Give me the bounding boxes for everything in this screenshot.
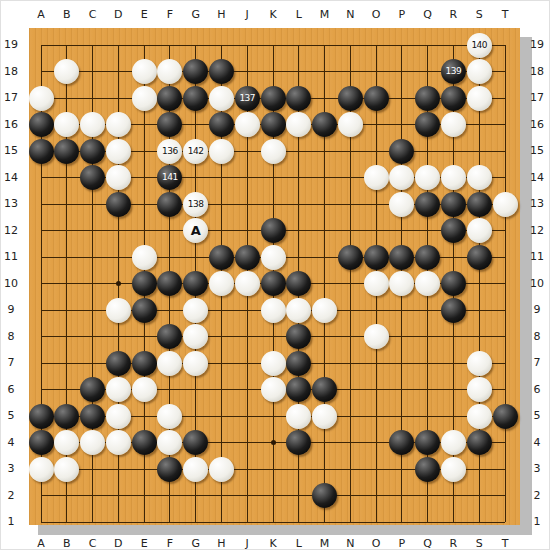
row-label-right-9: 9 (528, 304, 546, 316)
stone-R12-black[interactable] (441, 218, 466, 243)
stone-A4-black[interactable] (29, 430, 54, 455)
stone-K9-white[interactable] (261, 298, 286, 323)
stone-S19-white[interactable]: 140 (467, 33, 492, 58)
stone-H16-black[interactable] (209, 112, 234, 137)
move-number-136: 136 (162, 139, 178, 164)
stone-S13-black[interactable] (467, 192, 492, 217)
stone-K17-black[interactable] (261, 86, 286, 111)
col-label-top-J: J (236, 9, 258, 21)
col-label-bottom-H: H (210, 538, 232, 550)
stone-E17-white[interactable] (132, 86, 157, 111)
stone-T13-white[interactable] (493, 192, 518, 217)
stone-S14-white[interactable] (467, 165, 492, 190)
stone-S6-white[interactable] (467, 377, 492, 402)
stone-K7-white[interactable] (261, 351, 286, 376)
star-point-K4 (271, 440, 276, 445)
stone-C4-white[interactable] (80, 430, 105, 455)
stone-A3-white[interactable] (29, 457, 54, 482)
stone-D7-black[interactable] (106, 351, 131, 376)
stone-O17-black[interactable] (364, 86, 389, 111)
stone-D6-white[interactable] (106, 377, 131, 402)
stone-D5-white[interactable] (106, 404, 131, 429)
stone-F5-white[interactable] (157, 404, 182, 429)
stone-J17-black[interactable]: 137 (235, 86, 260, 111)
row-label-left-16: 16 (2, 119, 20, 131)
move-number-142: 142 (188, 139, 204, 164)
col-label-top-T: T (494, 9, 516, 21)
stone-H18-black[interactable] (209, 59, 234, 84)
stone-H3-white[interactable] (209, 457, 234, 482)
grid-line (41, 522, 505, 523)
stone-K11-white[interactable] (261, 245, 286, 270)
stone-A16-black[interactable] (29, 112, 54, 137)
go-diagram: AABBCCDDEEFFGGHHJJKKLLMMNNOOPPQQRRSSTT19… (0, 0, 550, 550)
row-label-left-13: 13 (2, 198, 20, 210)
col-label-top-D: D (107, 9, 129, 21)
stone-R16-white[interactable] (441, 112, 466, 137)
col-label-bottom-Q: Q (417, 538, 439, 550)
col-label-top-H: H (210, 9, 232, 21)
stone-H17-white[interactable] (209, 86, 234, 111)
col-label-top-Q: Q (417, 9, 439, 21)
stone-Q13-black[interactable] (415, 192, 440, 217)
stone-N17-black[interactable] (338, 86, 363, 111)
row-label-right-7: 7 (528, 357, 546, 369)
stone-A17-white[interactable] (29, 86, 54, 111)
row-label-left-2: 2 (2, 490, 20, 502)
stone-P11-black[interactable] (389, 245, 414, 270)
col-label-bottom-M: M (314, 538, 336, 550)
stone-P13-white[interactable] (389, 192, 414, 217)
stone-C14-black[interactable] (80, 165, 105, 190)
stone-G8-white[interactable] (183, 324, 208, 349)
row-label-right-2: 2 (528, 490, 546, 502)
stone-R13-black[interactable] (441, 192, 466, 217)
stone-M2-black[interactable] (312, 483, 337, 508)
row-label-right-6: 6 (528, 384, 546, 396)
stone-R14-white[interactable] (441, 165, 466, 190)
row-label-right-12: 12 (528, 225, 546, 237)
row-label-left-17: 17 (2, 92, 20, 104)
col-label-top-S: S (468, 9, 490, 21)
stone-A5-black[interactable] (29, 404, 54, 429)
col-label-top-B: B (56, 9, 78, 21)
stone-P15-black[interactable] (389, 139, 414, 164)
stone-G7-white[interactable] (183, 351, 208, 376)
stone-N16-white[interactable] (338, 112, 363, 137)
col-label-bottom-T: T (494, 538, 516, 550)
move-number-141: 141 (162, 165, 178, 190)
col-label-bottom-F: F (159, 538, 181, 550)
row-label-right-1: 1 (528, 516, 546, 528)
row-label-right-16: 16 (528, 119, 546, 131)
col-label-bottom-G: G (185, 538, 207, 550)
stone-M6-black[interactable] (312, 377, 337, 402)
stone-K10-black[interactable] (261, 271, 286, 296)
move-number-140: 140 (471, 33, 487, 58)
stone-E18-white[interactable] (132, 59, 157, 84)
stone-J16-white[interactable] (235, 112, 260, 137)
row-label-right-18: 18 (528, 66, 546, 78)
stone-Q10-white[interactable] (415, 271, 440, 296)
row-label-left-7: 7 (2, 357, 20, 369)
stone-K15-white[interactable] (261, 139, 286, 164)
stone-F17-black[interactable] (157, 86, 182, 111)
grid-line (505, 45, 506, 522)
stone-M5-white[interactable] (312, 404, 337, 429)
stone-R3-white[interactable] (441, 457, 466, 482)
row-label-left-6: 6 (2, 384, 20, 396)
stone-E9-black[interactable] (132, 298, 157, 323)
row-label-left-8: 8 (2, 331, 20, 343)
row-label-right-15: 15 (528, 145, 546, 157)
row-label-right-17: 17 (528, 92, 546, 104)
stone-E4-black[interactable] (132, 430, 157, 455)
stone-J11-black[interactable] (235, 245, 260, 270)
col-label-top-O: O (365, 9, 387, 21)
col-label-bottom-C: C (82, 538, 104, 550)
row-label-right-13: 13 (528, 198, 546, 210)
stone-G4-black[interactable] (183, 430, 208, 455)
col-label-bottom-S: S (468, 538, 490, 550)
row-label-right-8: 8 (528, 331, 546, 343)
point-label-A: A (191, 218, 201, 243)
stone-R17-black[interactable] (441, 86, 466, 111)
stone-S17-white[interactable] (467, 86, 492, 111)
row-label-right-10: 10 (528, 278, 546, 290)
move-number-139: 139 (446, 59, 462, 84)
stone-L7-black[interactable] (286, 351, 311, 376)
stone-D9-white[interactable] (106, 298, 131, 323)
stone-R4-white[interactable] (441, 430, 466, 455)
stone-N11-black[interactable] (338, 245, 363, 270)
stone-G17-black[interactable] (183, 86, 208, 111)
row-label-right-4: 4 (528, 437, 546, 449)
col-label-bottom-O: O (365, 538, 387, 550)
stone-F3-black[interactable] (157, 457, 182, 482)
stone-Q14-white[interactable] (415, 165, 440, 190)
stone-B3-white[interactable] (54, 457, 79, 482)
row-label-right-3: 3 (528, 463, 546, 475)
move-number-137: 137 (239, 86, 255, 111)
col-label-top-E: E (133, 9, 155, 21)
move-number-138: 138 (188, 192, 204, 217)
stone-F13-black[interactable] (157, 192, 182, 217)
stone-Q17-black[interactable] (415, 86, 440, 111)
star-point-D10 (116, 281, 121, 286)
grid-line (41, 495, 505, 496)
stone-D4-white[interactable] (106, 430, 131, 455)
stone-G13-white[interactable]: 138 (183, 192, 208, 217)
col-label-bottom-D: D (107, 538, 129, 550)
col-label-top-R: R (442, 9, 464, 21)
stone-C5-black[interactable] (80, 404, 105, 429)
stone-K12-black[interactable] (261, 218, 286, 243)
stone-S18-white[interactable] (467, 59, 492, 84)
stone-Q11-black[interactable] (415, 245, 440, 270)
stone-M9-white[interactable] (312, 298, 337, 323)
stone-E11-white[interactable] (132, 245, 157, 270)
stone-L17-black[interactable] (286, 86, 311, 111)
col-label-bottom-K: K (262, 538, 284, 550)
stone-R10-black[interactable] (441, 271, 466, 296)
stone-G3-white[interactable] (183, 457, 208, 482)
stone-K6-white[interactable] (261, 377, 286, 402)
stone-H15-white[interactable] (209, 139, 234, 164)
stone-L5-white[interactable] (286, 404, 311, 429)
stone-D13-black[interactable] (106, 192, 131, 217)
stone-B15-black[interactable] (54, 139, 79, 164)
col-label-top-M: M (314, 9, 336, 21)
stone-S5-white[interactable] (467, 404, 492, 429)
col-label-bottom-A: A (30, 538, 52, 550)
row-label-left-5: 5 (2, 410, 20, 422)
row-label-left-19: 19 (2, 39, 20, 51)
row-label-left-9: 9 (2, 304, 20, 316)
stone-D14-white[interactable] (106, 165, 131, 190)
col-label-bottom-L: L (288, 538, 310, 550)
stone-S4-black[interactable] (467, 430, 492, 455)
col-label-bottom-E: E (133, 538, 155, 550)
stone-G10-black[interactable] (183, 271, 208, 296)
stone-G12-white[interactable]: A (183, 218, 208, 243)
stone-D16-white[interactable] (106, 112, 131, 137)
stone-G15-white[interactable]: 142 (183, 139, 208, 164)
col-label-bottom-B: B (56, 538, 78, 550)
stone-F15-white[interactable]: 136 (157, 139, 182, 164)
col-label-top-P: P (391, 9, 413, 21)
stone-B5-black[interactable] (54, 404, 79, 429)
col-label-bottom-J: J (236, 538, 258, 550)
row-label-right-19: 19 (528, 39, 546, 51)
stone-E10-black[interactable] (132, 271, 157, 296)
stone-F7-white[interactable] (157, 351, 182, 376)
row-label-left-4: 4 (2, 437, 20, 449)
grid-line (41, 336, 505, 337)
row-label-right-14: 14 (528, 172, 546, 184)
col-label-bottom-P: P (391, 538, 413, 550)
col-label-top-F: F (159, 9, 181, 21)
stone-K16-black[interactable] (261, 112, 286, 137)
board-shadow-bottom (38, 525, 532, 535)
row-label-left-15: 15 (2, 145, 20, 157)
stone-O11-black[interactable] (364, 245, 389, 270)
col-label-top-A: A (30, 9, 52, 21)
col-label-bottom-R: R (442, 538, 464, 550)
col-label-top-C: C (82, 9, 104, 21)
row-label-right-11: 11 (528, 251, 546, 263)
stone-Q16-black[interactable] (415, 112, 440, 137)
stone-H10-white[interactable] (209, 271, 234, 296)
stone-R18-black[interactable]: 139 (441, 59, 466, 84)
col-label-bottom-N: N (339, 538, 361, 550)
stone-A15-black[interactable] (29, 139, 54, 164)
row-label-left-10: 10 (2, 278, 20, 290)
col-label-top-L: L (288, 9, 310, 21)
stone-M16-black[interactable] (312, 112, 337, 137)
stone-D15-white[interactable] (106, 139, 131, 164)
stone-L9-white[interactable] (286, 298, 311, 323)
stone-E7-black[interactable] (132, 351, 157, 376)
col-label-top-K: K (262, 9, 284, 21)
stone-J10-white[interactable] (235, 271, 260, 296)
stone-O8-white[interactable] (364, 324, 389, 349)
stone-E6-white[interactable] (132, 377, 157, 402)
row-label-left-11: 11 (2, 251, 20, 263)
stone-Q3-black[interactable] (415, 457, 440, 482)
stone-O14-white[interactable] (364, 165, 389, 190)
row-label-left-3: 3 (2, 463, 20, 475)
stone-T5-black[interactable] (493, 404, 518, 429)
row-label-left-18: 18 (2, 66, 20, 78)
stone-C15-black[interactable] (80, 139, 105, 164)
stone-G9-white[interactable] (183, 298, 208, 323)
stone-C6-black[interactable] (80, 377, 105, 402)
stone-S11-black[interactable] (467, 245, 492, 270)
col-label-top-G: G (185, 9, 207, 21)
stone-R9-black[interactable] (441, 298, 466, 323)
stone-S12-white[interactable] (467, 218, 492, 243)
row-label-left-1: 1 (2, 516, 20, 528)
col-label-top-N: N (339, 9, 361, 21)
row-label-left-14: 14 (2, 172, 20, 184)
stone-C16-white[interactable] (80, 112, 105, 137)
row-label-right-5: 5 (528, 410, 546, 422)
stone-S7-white[interactable] (467, 351, 492, 376)
stone-O10-white[interactable] (364, 271, 389, 296)
stone-G18-black[interactable] (183, 59, 208, 84)
row-label-left-12: 12 (2, 225, 20, 237)
stone-Q4-black[interactable] (415, 430, 440, 455)
stone-H11-black[interactable] (209, 245, 234, 270)
